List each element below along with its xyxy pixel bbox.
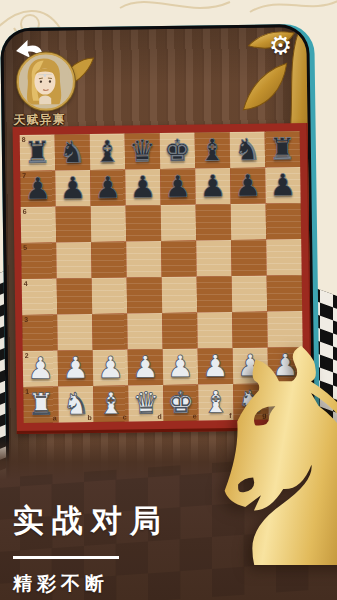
square-a4[interactable]: 4	[22, 278, 57, 314]
square-h8[interactable]: ♜	[265, 131, 300, 167]
square-e8[interactable]: ♚	[160, 132, 195, 168]
square-a5[interactable]: 5	[21, 242, 56, 278]
square-g8[interactable]: ♞	[230, 132, 265, 168]
piece-white-bishop: ♝	[93, 385, 128, 421]
square-b7[interactable]: ♟	[55, 170, 90, 206]
settings-button[interactable]: ⚙	[265, 29, 295, 61]
square-f7[interactable]: ♟	[195, 168, 230, 204]
piece-black-bishop: ♝	[90, 133, 125, 169]
player-avatar[interactable]	[17, 52, 76, 111]
square-b3[interactable]	[57, 314, 92, 350]
square-d1[interactable]: d♛	[128, 385, 163, 421]
piece-white-pawn: ♟	[128, 349, 163, 385]
store-screenshot: ⚙	[0, 0, 337, 600]
piece-black-pawn: ♟	[20, 170, 55, 206]
rank-label-6: 6	[23, 208, 27, 215]
piece-black-pawn: ♟	[160, 168, 195, 204]
promo-text-block: 实战对局 精彩不断	[13, 500, 169, 597]
square-b2[interactable]: ♟	[58, 350, 93, 386]
square-d4[interactable]	[127, 277, 162, 313]
square-d2[interactable]: ♟	[128, 349, 163, 385]
piece-black-king: ♚	[160, 132, 195, 168]
piece-black-knight: ♞	[230, 132, 265, 168]
promo-subtitle: 精彩不断	[13, 571, 169, 597]
square-a3[interactable]: 3	[22, 314, 57, 350]
square-g7[interactable]: ♟	[230, 168, 265, 204]
square-d8[interactable]: ♛	[125, 133, 160, 169]
piece-black-pawn: ♟	[55, 170, 90, 206]
square-h5[interactable]	[266, 239, 301, 275]
promo-title: 实战对局	[13, 500, 169, 542]
rank-label-5: 5	[23, 244, 27, 251]
piece-white-pawn: ♟	[93, 349, 128, 385]
square-e7[interactable]: ♟	[160, 168, 195, 204]
promo-divider	[13, 556, 119, 559]
square-c4[interactable]	[92, 277, 127, 313]
piece-black-pawn: ♟	[90, 169, 125, 205]
square-e6[interactable]	[161, 204, 196, 240]
rank-label-4: 4	[24, 280, 28, 287]
piece-black-pawn: ♟	[230, 168, 265, 204]
piece-white-pawn: ♟	[58, 350, 93, 386]
square-a1[interactable]: 1a♜	[23, 386, 58, 422]
golden-knight-statue: ♞	[176, 312, 337, 600]
square-c2[interactable]: ♟	[93, 349, 128, 385]
piece-black-rook: ♜	[265, 131, 300, 167]
square-h6[interactable]	[266, 203, 301, 239]
piece-black-pawn: ♟	[125, 169, 160, 205]
piece-black-pawn: ♟	[265, 167, 300, 203]
square-a6[interactable]: 6	[21, 206, 56, 242]
piece-black-knight: ♞	[55, 134, 90, 170]
piece-black-queen: ♛	[125, 133, 160, 169]
square-e5[interactable]	[161, 240, 196, 276]
square-f5[interactable]	[196, 240, 231, 276]
square-c7[interactable]: ♟	[90, 169, 125, 205]
avatar-portrait	[19, 54, 70, 105]
square-b8[interactable]: ♞	[55, 134, 90, 170]
square-b5[interactable]	[56, 242, 91, 278]
square-g6[interactable]	[231, 204, 266, 240]
square-a7[interactable]: 7♟	[20, 170, 55, 206]
piece-black-pawn: ♟	[195, 168, 230, 204]
square-c5[interactable]	[91, 241, 126, 277]
square-d7[interactable]: ♟	[125, 169, 160, 205]
square-d5[interactable]	[126, 241, 161, 277]
piece-black-bishop: ♝	[195, 132, 230, 168]
square-c6[interactable]	[91, 205, 126, 241]
gear-icon: ⚙	[269, 30, 293, 60]
rank-label-3: 3	[24, 316, 28, 323]
square-c8[interactable]: ♝	[90, 133, 125, 169]
square-c3[interactable]	[92, 313, 127, 349]
piece-white-knight: ♞	[58, 386, 93, 422]
square-c1[interactable]: c♝	[93, 385, 128, 421]
piece-white-pawn: ♟	[23, 350, 58, 386]
square-h7[interactable]: ♟	[265, 167, 300, 203]
square-b1[interactable]: b♞	[58, 386, 93, 422]
square-a2[interactable]: 2♟	[23, 350, 58, 386]
square-f8[interactable]: ♝	[195, 132, 230, 168]
square-b4[interactable]	[57, 278, 92, 314]
piece-white-rook: ♜	[23, 386, 58, 422]
square-d3[interactable]	[127, 313, 162, 349]
square-a8[interactable]: 8♜	[20, 134, 55, 170]
square-f6[interactable]	[196, 204, 231, 240]
square-g5[interactable]	[231, 240, 266, 276]
piece-white-queen: ♛	[128, 385, 163, 421]
square-d6[interactable]	[126, 205, 161, 241]
piece-black-rook: ♜	[20, 134, 55, 170]
square-b6[interactable]	[56, 206, 91, 242]
